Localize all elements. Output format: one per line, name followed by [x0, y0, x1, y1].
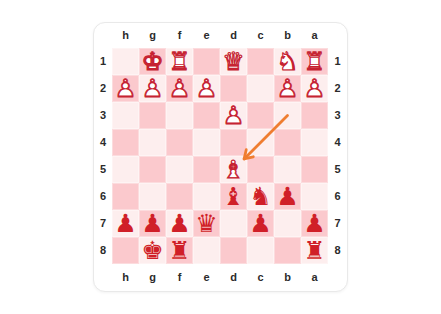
file-label-bottom-c: c — [247, 272, 274, 283]
rank-label-right-6: 6 — [334, 191, 340, 202]
red-pawn-b6[interactable]: ♟ — [274, 183, 301, 210]
square-e3[interactable] — [193, 102, 220, 129]
square-a2[interactable]: ♟♙ — [301, 75, 328, 102]
rank-label-left-7: 7 — [100, 218, 106, 229]
file-label-top-a: a — [301, 30, 328, 41]
white-pawn-f2[interactable]: ♟♙ — [166, 75, 193, 102]
file-label-bottom-b: b — [274, 272, 301, 283]
white-rook-a1[interactable]: ♜♖ — [301, 48, 328, 75]
square-h6[interactable] — [112, 183, 139, 210]
square-h4[interactable] — [112, 129, 139, 156]
square-b4[interactable] — [274, 129, 301, 156]
rank-label-left-3: 3 — [100, 110, 106, 121]
file-label-bottom-f: f — [166, 272, 193, 283]
square-c7[interactable]: ♟ — [247, 210, 274, 237]
white-queen-d1[interactable]: ♛♕ — [220, 48, 247, 75]
square-a1[interactable]: ♜♖ — [301, 48, 328, 75]
white-king-g1[interactable]: ♚♔ — [139, 48, 166, 75]
red-piece-glyph: ♜ — [301, 237, 328, 264]
rank-label-left-1: 1 — [100, 56, 106, 67]
square-d3[interactable]: ♟♙ — [220, 102, 247, 129]
square-f1[interactable]: ♜♖ — [166, 48, 193, 75]
square-f8[interactable]: ♜ — [166, 237, 193, 264]
square-e4[interactable] — [193, 129, 220, 156]
rank-label-right-4: 4 — [334, 137, 340, 148]
white-piece-outline-glyph: ♙ — [166, 75, 193, 102]
square-h3[interactable] — [112, 102, 139, 129]
white-piece-outline-glyph: ♗ — [220, 156, 247, 183]
square-g6[interactable] — [139, 183, 166, 210]
file-label-top-c: c — [247, 30, 274, 41]
square-c4[interactable] — [247, 129, 274, 156]
square-a8[interactable]: ♜ — [301, 237, 328, 264]
rank-label-left-6: 6 — [100, 191, 106, 202]
red-piece-glyph: ♟ — [301, 210, 328, 237]
square-b3[interactable] — [274, 102, 301, 129]
white-piece-outline-glyph: ♙ — [220, 102, 247, 129]
square-g7[interactable]: ♟ — [139, 210, 166, 237]
square-f5[interactable] — [166, 156, 193, 183]
red-pawn-c7[interactable]: ♟ — [247, 210, 274, 237]
white-piece-outline-glyph: ♔ — [139, 48, 166, 75]
square-d7[interactable] — [220, 210, 247, 237]
red-piece-glyph: ♞ — [247, 183, 274, 210]
red-bishop-d6[interactable]: ♝ — [220, 183, 247, 210]
file-label-top-e: e — [193, 30, 220, 41]
white-piece-outline-glyph: ♖ — [166, 48, 193, 75]
square-d8[interactable] — [220, 237, 247, 264]
file-label-top-b: b — [274, 30, 301, 41]
red-piece-glyph: ♟ — [139, 210, 166, 237]
square-d6[interactable]: ♝ — [220, 183, 247, 210]
square-c1[interactable] — [247, 48, 274, 75]
white-piece-outline-glyph: ♙ — [193, 75, 220, 102]
file-label-top-g: g — [139, 30, 166, 41]
square-b5[interactable] — [274, 156, 301, 183]
file-label-bottom-g: g — [139, 272, 166, 283]
square-c5[interactable] — [247, 156, 274, 183]
square-e1[interactable] — [193, 48, 220, 75]
white-pawn-g2[interactable]: ♟♙ — [139, 75, 166, 102]
red-piece-glyph: ♛ — [193, 210, 220, 237]
red-pawn-f7[interactable]: ♟ — [166, 210, 193, 237]
file-label-top-h: h — [112, 30, 139, 41]
square-a7[interactable]: ♟ — [301, 210, 328, 237]
white-piece-outline-glyph: ♙ — [301, 75, 328, 102]
rank-label-right-2: 2 — [334, 83, 340, 94]
rank-label-left-5: 5 — [100, 164, 106, 175]
square-g5[interactable] — [139, 156, 166, 183]
square-b7[interactable] — [274, 210, 301, 237]
white-piece-outline-glyph: ♖ — [301, 48, 328, 75]
white-pawn-a2[interactable]: ♟♙ — [301, 75, 328, 102]
square-b6[interactable]: ♟ — [274, 183, 301, 210]
square-f3[interactable] — [166, 102, 193, 129]
rank-label-left-2: 2 — [100, 83, 106, 94]
square-f4[interactable] — [166, 129, 193, 156]
white-piece-outline-glyph: ♕ — [220, 48, 247, 75]
file-labels-top: hgfedcba — [112, 23, 328, 48]
white-pawn-h2[interactable]: ♟♙ — [112, 75, 139, 102]
square-a5[interactable] — [301, 156, 328, 183]
red-rook-f8[interactable]: ♜ — [166, 237, 193, 264]
white-bishop-d5[interactable]: ♝♗ — [220, 156, 247, 183]
square-g2[interactable]: ♟♙ — [139, 75, 166, 102]
white-piece-outline-glyph: ♙ — [274, 75, 301, 102]
red-piece-glyph: ♚ — [139, 237, 166, 264]
square-g3[interactable] — [139, 102, 166, 129]
square-f6[interactable] — [166, 183, 193, 210]
square-h7[interactable]: ♟ — [112, 210, 139, 237]
file-label-top-f: f — [166, 30, 193, 41]
square-b8[interactable] — [274, 237, 301, 264]
square-f2[interactable]: ♟♙ — [166, 75, 193, 102]
square-g4[interactable] — [139, 129, 166, 156]
white-rook-f1[interactable]: ♜♖ — [166, 48, 193, 75]
white-knight-b1[interactable]: ♞♘ — [274, 48, 301, 75]
square-c2[interactable] — [247, 75, 274, 102]
file-label-bottom-h: h — [112, 272, 139, 283]
white-pawn-b2[interactable]: ♟♙ — [274, 75, 301, 102]
square-d2[interactable] — [220, 75, 247, 102]
white-piece-outline-glyph: ♘ — [274, 48, 301, 75]
square-d4[interactable] — [220, 129, 247, 156]
square-h1[interactable] — [112, 48, 139, 75]
red-piece-glyph: ♟ — [112, 210, 139, 237]
rank-label-right-3: 3 — [334, 110, 340, 121]
white-pawn-e2[interactable]: ♟♙ — [193, 75, 220, 102]
rank-labels-right: 12345678 — [328, 48, 347, 264]
red-rook-a8[interactable]: ♜ — [301, 237, 328, 264]
red-knight-c6[interactable]: ♞ — [247, 183, 274, 210]
square-g1[interactable]: ♚♔ — [139, 48, 166, 75]
chess-board-card: hgfedcba 12345678 ♚♔♜♖♛♕♞♘♜♖♟♙♟♙♟♙♟♙♟♙♟♙… — [93, 22, 348, 292]
red-pawn-g7[interactable]: ♟ — [139, 210, 166, 237]
square-h8[interactable] — [112, 237, 139, 264]
red-queen-e7[interactable]: ♛ — [193, 210, 220, 237]
square-c3[interactable] — [247, 102, 274, 129]
file-labels-bottom: hgfedcba — [112, 264, 328, 291]
rank-label-right-8: 8 — [334, 245, 340, 256]
file-label-bottom-a: a — [301, 272, 328, 283]
square-f7[interactable]: ♟ — [166, 210, 193, 237]
square-b2[interactable]: ♟♙ — [274, 75, 301, 102]
square-b1[interactable]: ♞♘ — [274, 48, 301, 75]
white-piece-outline-glyph: ♙ — [139, 75, 166, 102]
red-king-g8[interactable]: ♚ — [139, 237, 166, 264]
square-e8[interactable] — [193, 237, 220, 264]
rank-label-right-5: 5 — [334, 164, 340, 175]
red-piece-glyph: ♝ — [220, 183, 247, 210]
square-e6[interactable] — [193, 183, 220, 210]
rank-label-right-1: 1 — [334, 56, 340, 67]
file-label-bottom-d: d — [220, 272, 247, 283]
rank-label-right-7: 7 — [334, 218, 340, 229]
square-c6[interactable]: ♞ — [247, 183, 274, 210]
square-e2[interactable]: ♟♙ — [193, 75, 220, 102]
square-c8[interactable] — [247, 237, 274, 264]
white-pawn-d3[interactable]: ♟♙ — [220, 102, 247, 129]
square-h2[interactable]: ♟♙ — [112, 75, 139, 102]
rank-label-left-4: 4 — [100, 137, 106, 148]
square-g8[interactable]: ♚ — [139, 237, 166, 264]
square-a6[interactable] — [301, 183, 328, 210]
square-d1[interactable]: ♛♕ — [220, 48, 247, 75]
square-h5[interactable] — [112, 156, 139, 183]
red-piece-glyph: ♟ — [274, 183, 301, 210]
red-pawn-h7[interactable]: ♟ — [112, 210, 139, 237]
square-e7[interactable]: ♛ — [193, 210, 220, 237]
square-a4[interactable] — [301, 129, 328, 156]
red-piece-glyph: ♟ — [247, 210, 274, 237]
file-label-top-d: d — [220, 30, 247, 41]
square-a3[interactable] — [301, 102, 328, 129]
red-piece-glyph: ♟ — [166, 210, 193, 237]
rank-labels-left: 12345678 — [94, 48, 112, 264]
rank-label-left-8: 8 — [100, 245, 106, 256]
file-label-bottom-e: e — [193, 272, 220, 283]
square-d5[interactable]: ♝♗ — [220, 156, 247, 183]
white-piece-outline-glyph: ♙ — [112, 75, 139, 102]
square-e5[interactable] — [193, 156, 220, 183]
red-piece-glyph: ♜ — [166, 237, 193, 264]
chess-board: ♚♔♜♖♛♕♞♘♜♖♟♙♟♙♟♙♟♙♟♙♟♙♟♙♝♗♝♞♟♟♟♟♛♟♟♚♜♜ — [112, 48, 328, 264]
red-pawn-a7[interactable]: ♟ — [301, 210, 328, 237]
